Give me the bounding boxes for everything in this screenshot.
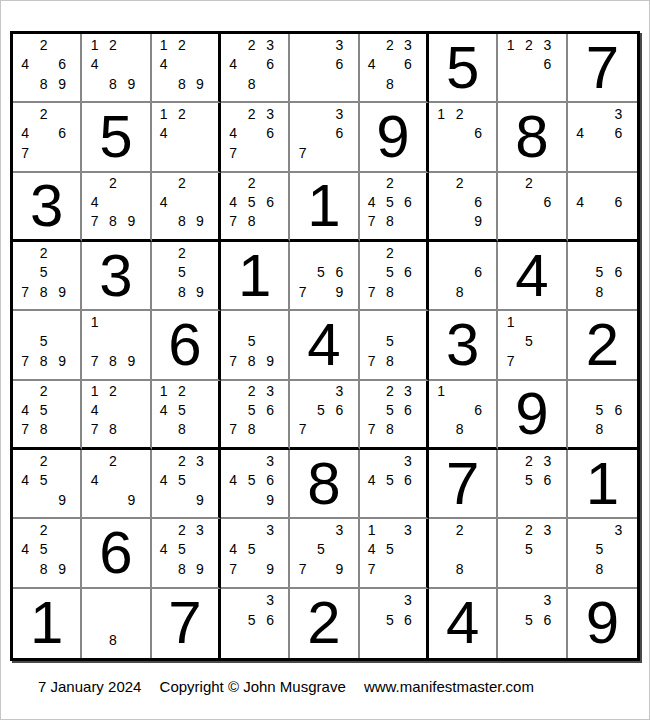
cell-r3c5[interactable]: 1 bbox=[290, 173, 359, 242]
pencil-mark-slot-8 bbox=[242, 490, 260, 509]
cell-r4c1[interactable]: 25789 bbox=[13, 242, 82, 311]
pencil-mark-slot-3: 3 bbox=[330, 520, 348, 539]
pencil-mark-slot-7: 7 bbox=[363, 351, 381, 370]
cell-r2c3[interactable]: 124 bbox=[152, 103, 221, 172]
pencil-marks: 356 bbox=[363, 590, 417, 650]
pencil-mark-slot-2: 2 bbox=[450, 520, 468, 539]
pencil-mark-slot-6: 6 bbox=[399, 193, 417, 212]
pencil-mark-slot-2 bbox=[590, 382, 609, 401]
pencil-mark-slot-1 bbox=[16, 520, 34, 539]
pencil-mark-slot-9 bbox=[261, 420, 279, 439]
solved-digit: 3 bbox=[429, 311, 496, 378]
pencil-mark-slot-1: 1 bbox=[432, 382, 450, 401]
pencil-mark-slot-3 bbox=[469, 104, 487, 123]
pencil-mark-slot-2: 2 bbox=[34, 104, 52, 123]
cell-r9c2[interactable]: 8 bbox=[82, 589, 151, 658]
pencil-mark-slot-7 bbox=[293, 74, 311, 93]
pencil-mark-slot-6 bbox=[191, 193, 209, 212]
cell-r6c6[interactable]: 235678 bbox=[360, 381, 429, 450]
pencil-mark-slot-4: 4 bbox=[85, 54, 103, 73]
cell-r5c7[interactable]: 3 bbox=[429, 311, 498, 380]
solved-digit: 5 bbox=[429, 34, 496, 101]
cell-r3c9[interactable]: 46 bbox=[568, 173, 637, 242]
pencil-marks: 8 bbox=[85, 590, 140, 650]
pencil-mark-slot-5 bbox=[381, 54, 399, 73]
pencil-mark-slot-7: 7 bbox=[16, 420, 34, 439]
pencil-mark-slot-7 bbox=[571, 559, 590, 578]
pencil-mark-slot-2: 2 bbox=[520, 35, 538, 54]
pencil-mark-slot-7 bbox=[501, 490, 519, 509]
cell-r6c9[interactable]: 568 bbox=[568, 381, 637, 450]
pencil-mark-slot-7: 7 bbox=[224, 559, 242, 578]
pencil-mark-slot-9 bbox=[399, 212, 417, 231]
pencil-mark-slot-7 bbox=[224, 630, 242, 650]
pencil-mark-slot-8: 8 bbox=[34, 559, 52, 578]
pencil-mark-slot-4: 4 bbox=[16, 470, 34, 489]
pencil-mark-slot-7 bbox=[85, 74, 103, 93]
pencil-mark-slot-1: 1 bbox=[85, 382, 103, 401]
cell-r9c8[interactable]: 356 bbox=[498, 589, 567, 658]
pencil-mark-slot-2: 2 bbox=[34, 520, 52, 539]
cell-r9c3[interactable]: 7 bbox=[152, 589, 221, 658]
pencil-mark-slot-5: 5 bbox=[34, 540, 52, 559]
pencil-mark-slot-4 bbox=[432, 262, 450, 281]
pencil-mark-slot-3 bbox=[53, 520, 71, 539]
pencil-mark-slot-7 bbox=[571, 282, 590, 301]
cell-r6c1[interactable]: 24578 bbox=[13, 381, 82, 450]
cell-r4c7[interactable]: 68 bbox=[429, 242, 498, 311]
pencil-mark-slot-3 bbox=[53, 451, 71, 470]
pencil-mark-slot-9 bbox=[399, 74, 417, 93]
pencil-mark-slot-8 bbox=[520, 351, 538, 370]
pencil-mark-slot-6 bbox=[399, 332, 417, 351]
solved-digit: 9 bbox=[360, 103, 426, 170]
pencil-mark-slot-5: 5 bbox=[173, 262, 191, 281]
pencil-mark-slot-3 bbox=[53, 104, 71, 123]
pencil-mark-slot-8 bbox=[381, 559, 399, 578]
pencil-mark-slot-9 bbox=[538, 490, 556, 509]
pencil-marks: 356 bbox=[224, 590, 279, 650]
cell-r2c7[interactable]: 126 bbox=[429, 103, 498, 172]
cell-r7c8[interactable]: 2356 bbox=[498, 450, 567, 519]
pencil-mark-slot-6 bbox=[122, 332, 140, 351]
cell-r4c3[interactable]: 2589 bbox=[152, 242, 221, 311]
pencil-mark-slot-2: 2 bbox=[173, 174, 191, 193]
pencil-mark-slot-7 bbox=[155, 74, 173, 93]
pencil-mark-slot-4: 4 bbox=[155, 193, 173, 212]
pencil-mark-slot-8: 8 bbox=[381, 351, 399, 370]
pencil-marks: 34579 bbox=[224, 520, 279, 578]
cell-r5c5[interactable]: 4 bbox=[290, 311, 359, 380]
pencil-mark-slot-9 bbox=[53, 143, 71, 162]
pencil-mark-slot-4 bbox=[363, 262, 381, 281]
cell-r3c1[interactable]: 3 bbox=[13, 173, 82, 242]
pencil-mark-slot-3: 3 bbox=[261, 35, 279, 54]
cell-r6c8[interactable]: 9 bbox=[498, 381, 567, 450]
pencil-mark-slot-8: 8 bbox=[173, 420, 191, 439]
pencil-mark-slot-3 bbox=[53, 243, 71, 262]
pencil-mark-slot-6 bbox=[191, 470, 209, 489]
cell-r7c7[interactable]: 7 bbox=[429, 450, 498, 519]
pencil-mark-slot-9 bbox=[609, 212, 628, 231]
pencil-mark-slot-7: 7 bbox=[224, 351, 242, 370]
solved-digit: 1 bbox=[13, 589, 80, 658]
pencil-mark-slot-2: 2 bbox=[104, 174, 122, 193]
cell-r4c9[interactable]: 568 bbox=[568, 242, 637, 311]
pencil-mark-slot-4 bbox=[432, 124, 450, 143]
pencil-mark-slot-6 bbox=[191, 401, 209, 420]
pencil-mark-slot-6: 6 bbox=[538, 54, 556, 73]
cell-r4c8[interactable]: 4 bbox=[498, 242, 567, 311]
pencil-mark-slot-1: 1 bbox=[501, 312, 519, 331]
pencil-mark-slot-8: 8 bbox=[104, 420, 122, 439]
pencil-mark-slot-3: 3 bbox=[330, 35, 348, 54]
pencil-mark-slot-3: 3 bbox=[191, 451, 209, 470]
cell-r9c5[interactable]: 2 bbox=[290, 589, 359, 658]
solved-digit: 1 bbox=[568, 450, 637, 517]
pencil-mark-slot-8 bbox=[520, 212, 538, 231]
solved-digit: 7 bbox=[568, 34, 637, 101]
pencil-mark-slot-3 bbox=[191, 35, 209, 54]
cell-r7c3[interactable]: 23459 bbox=[152, 450, 221, 519]
pencil-mark-slot-2 bbox=[590, 104, 609, 123]
pencil-mark-slot-9: 9 bbox=[122, 490, 140, 509]
pencil-mark-slot-5 bbox=[104, 610, 122, 630]
pencil-mark-slot-2: 2 bbox=[520, 520, 538, 539]
pencil-mark-slot-9 bbox=[399, 420, 417, 439]
pencil-mark-slot-3 bbox=[191, 243, 209, 262]
cell-r2c4[interactable]: 23467 bbox=[221, 103, 290, 172]
pencil-mark-slot-2 bbox=[34, 312, 52, 331]
pencil-mark-slot-4: 4 bbox=[16, 540, 34, 559]
pencil-mark-slot-1 bbox=[16, 312, 34, 331]
solved-digit: 3 bbox=[82, 242, 149, 309]
cell-r7c6[interactable]: 3456 bbox=[360, 450, 429, 519]
pencil-mark-slot-5: 5 bbox=[520, 332, 538, 351]
pencil-mark-slot-5 bbox=[312, 54, 330, 73]
pencil-mark-slot-6: 6 bbox=[609, 401, 628, 420]
pencil-mark-slot-6 bbox=[538, 540, 556, 559]
cell-r1c7[interactable]: 5 bbox=[429, 34, 498, 103]
pencil-mark-slot-4: 4 bbox=[224, 54, 242, 73]
pencil-mark-slot-9 bbox=[122, 630, 140, 650]
pencil-mark-slot-6: 6 bbox=[538, 470, 556, 489]
pencil-mark-slot-5 bbox=[173, 124, 191, 143]
pencil-mark-slot-1 bbox=[16, 104, 34, 123]
pencil-mark-slot-6 bbox=[122, 401, 140, 420]
pencil-mark-slot-8 bbox=[520, 74, 538, 93]
cell-r6c2[interactable]: 12478 bbox=[82, 381, 151, 450]
pencil-mark-slot-2 bbox=[312, 382, 330, 401]
cell-r8c7[interactable]: 28 bbox=[429, 519, 498, 588]
pencil-mark-slot-6: 6 bbox=[261, 401, 279, 420]
pencil-mark-slot-7: 7 bbox=[224, 420, 242, 439]
pencil-mark-slot-8 bbox=[173, 490, 191, 509]
cell-r3c2[interactable]: 24789 bbox=[82, 173, 151, 242]
pencil-mark-slot-1 bbox=[571, 382, 590, 401]
solved-digit: 1 bbox=[221, 242, 288, 309]
pencil-mark-slot-6 bbox=[191, 54, 209, 73]
pencil-mark-slot-2 bbox=[590, 174, 609, 193]
pencil-mark-slot-1 bbox=[363, 174, 381, 193]
pencil-mark-slot-6: 6 bbox=[399, 54, 417, 73]
pencil-mark-slot-6: 6 bbox=[399, 610, 417, 630]
pencil-mark-slot-9: 9 bbox=[122, 212, 140, 231]
pencil-mark-slot-3: 3 bbox=[609, 104, 628, 123]
cell-r5c9[interactable]: 2 bbox=[568, 311, 637, 380]
cell-r7c9[interactable]: 1 bbox=[568, 450, 637, 519]
pencil-mark-slot-6 bbox=[191, 262, 209, 281]
pencil-mark-slot-4 bbox=[16, 332, 34, 351]
pencil-marks: 235678 bbox=[224, 382, 279, 439]
pencil-mark-slot-2: 2 bbox=[242, 382, 260, 401]
pencil-mark-slot-6: 6 bbox=[609, 124, 628, 143]
pencil-mark-slot-7 bbox=[432, 559, 450, 578]
cell-r1c1[interactable]: 24689 bbox=[13, 34, 82, 103]
pencil-marks: 578 bbox=[363, 312, 417, 370]
cell-r5c2[interactable]: 1789 bbox=[82, 311, 151, 380]
solved-digit: 7 bbox=[429, 450, 496, 517]
pencil-mark-slot-5 bbox=[173, 54, 191, 73]
pencil-mark-slot-7: 7 bbox=[16, 351, 34, 370]
pencil-marks: 168 bbox=[432, 382, 487, 439]
cell-r1c4[interactable]: 23468 bbox=[221, 34, 290, 103]
pencil-mark-slot-6: 6 bbox=[399, 401, 417, 420]
pencil-mark-slot-8: 8 bbox=[173, 559, 191, 578]
cell-r2c6[interactable]: 9 bbox=[360, 103, 429, 172]
pencil-mark-slot-4 bbox=[293, 401, 311, 420]
pencil-mark-slot-2: 2 bbox=[450, 104, 468, 123]
cell-r2c8[interactable]: 8 bbox=[498, 103, 567, 172]
pencil-mark-slot-9: 9 bbox=[261, 490, 279, 509]
cell-r8c3[interactable]: 234589 bbox=[152, 519, 221, 588]
pencil-mark-slot-6: 6 bbox=[53, 54, 71, 73]
pencil-marks: 235 bbox=[501, 520, 556, 578]
pencil-mark-slot-6: 6 bbox=[53, 124, 71, 143]
pencil-mark-slot-5 bbox=[450, 262, 468, 281]
pencil-mark-slot-7 bbox=[16, 74, 34, 93]
cell-r2c1[interactable]: 2467 bbox=[13, 103, 82, 172]
pencil-mark-slot-4: 4 bbox=[363, 540, 381, 559]
cell-r2c5[interactable]: 367 bbox=[290, 103, 359, 172]
pencil-mark-slot-4 bbox=[501, 540, 519, 559]
cell-r4c5[interactable]: 5679 bbox=[290, 242, 359, 311]
cell-r8c9[interactable]: 358 bbox=[568, 519, 637, 588]
pencil-mark-slot-8 bbox=[312, 282, 330, 301]
pencil-mark-slot-2: 2 bbox=[381, 382, 399, 401]
footer: 7 January 2024 Copyright © John Musgrave… bbox=[38, 678, 534, 695]
pencil-mark-slot-7: 7 bbox=[363, 212, 381, 231]
pencil-mark-slot-7 bbox=[363, 490, 381, 509]
pencil-mark-slot-5 bbox=[520, 54, 538, 73]
pencil-mark-slot-8: 8 bbox=[104, 74, 122, 93]
pencil-mark-slot-4 bbox=[432, 401, 450, 420]
pencil-mark-slot-7 bbox=[155, 490, 173, 509]
cell-r7c4[interactable]: 34569 bbox=[221, 450, 290, 519]
pencil-mark-slot-3 bbox=[191, 174, 209, 193]
pencil-mark-slot-9: 9 bbox=[53, 490, 71, 509]
pencil-mark-slot-6 bbox=[330, 540, 348, 559]
solved-digit: 5 bbox=[82, 103, 149, 170]
cell-r7c1[interactable]: 2459 bbox=[13, 450, 82, 519]
cell-r1c6[interactable]: 23468 bbox=[360, 34, 429, 103]
cell-r6c5[interactable]: 3567 bbox=[290, 381, 359, 450]
pencil-mark-slot-7 bbox=[432, 212, 450, 231]
cell-r1c3[interactable]: 12489 bbox=[152, 34, 221, 103]
cell-r2c2[interactable]: 5 bbox=[82, 103, 151, 172]
solved-digit: 4 bbox=[290, 311, 357, 378]
pencil-mark-slot-4: 4 bbox=[571, 124, 590, 143]
pencil-mark-slot-5 bbox=[34, 54, 52, 73]
pencil-mark-slot-9 bbox=[538, 74, 556, 93]
pencil-marks: 2589 bbox=[155, 243, 209, 301]
cell-r8c8[interactable]: 235 bbox=[498, 519, 567, 588]
pencil-mark-slot-8 bbox=[312, 143, 330, 162]
pencil-mark-slot-6: 6 bbox=[609, 262, 628, 281]
cell-r2c9[interactable]: 346 bbox=[568, 103, 637, 172]
pencil-mark-slot-8 bbox=[381, 630, 399, 650]
cell-r5c6[interactable]: 578 bbox=[360, 311, 429, 380]
cell-r1c5[interactable]: 36 bbox=[290, 34, 359, 103]
cell-r3c3[interactable]: 2489 bbox=[152, 173, 221, 242]
cell-r9c1[interactable]: 1 bbox=[13, 589, 82, 658]
cell-r1c8[interactable]: 1236 bbox=[498, 34, 567, 103]
pencil-mark-slot-6: 6 bbox=[261, 470, 279, 489]
pencil-mark-slot-8: 8 bbox=[381, 282, 399, 301]
pencil-mark-slot-1 bbox=[363, 451, 381, 470]
pencil-marks: 2467 bbox=[16, 104, 71, 162]
cell-r1c9[interactable]: 7 bbox=[568, 34, 637, 103]
cell-r3c8[interactable]: 26 bbox=[498, 173, 567, 242]
cell-r5c4[interactable]: 5789 bbox=[221, 311, 290, 380]
pencil-mark-slot-9 bbox=[191, 143, 209, 162]
pencil-mark-slot-3: 3 bbox=[191, 520, 209, 539]
pencil-mark-slot-4: 4 bbox=[571, 193, 590, 212]
cell-r6c7[interactable]: 168 bbox=[429, 381, 498, 450]
pencil-mark-slot-4 bbox=[571, 540, 590, 559]
pencil-mark-slot-4: 4 bbox=[85, 193, 103, 212]
pencil-mark-slot-9 bbox=[609, 420, 628, 439]
pencil-mark-slot-4: 4 bbox=[85, 401, 103, 420]
pencil-mark-slot-3: 3 bbox=[261, 590, 279, 610]
cell-r8c1[interactable]: 24589 bbox=[13, 519, 82, 588]
cell-r9c9[interactable]: 9 bbox=[568, 589, 637, 658]
pencil-mark-slot-4 bbox=[363, 401, 381, 420]
cell-r3c6[interactable]: 245678 bbox=[360, 173, 429, 242]
pencil-mark-slot-7 bbox=[16, 559, 34, 578]
cell-r3c4[interactable]: 245678 bbox=[221, 173, 290, 242]
pencil-mark-slot-7: 7 bbox=[293, 420, 311, 439]
pencil-mark-slot-3 bbox=[609, 243, 628, 262]
cell-r5c8[interactable]: 157 bbox=[498, 311, 567, 380]
cell-r9c4[interactable]: 356 bbox=[221, 589, 290, 658]
pencil-mark-slot-6: 6 bbox=[261, 193, 279, 212]
pencil-mark-slot-9 bbox=[538, 212, 556, 231]
pencil-mark-slot-1 bbox=[432, 520, 450, 539]
cell-r8c4[interactable]: 34579 bbox=[221, 519, 290, 588]
pencil-mark-slot-3 bbox=[261, 312, 279, 331]
pencil-mark-slot-1 bbox=[85, 590, 103, 610]
cell-r5c1[interactable]: 5789 bbox=[13, 311, 82, 380]
pencil-mark-slot-3 bbox=[469, 382, 487, 401]
pencil-marks: 3456 bbox=[363, 451, 417, 509]
cell-r3c7[interactable]: 269 bbox=[429, 173, 498, 242]
pencil-mark-slot-4: 4 bbox=[155, 401, 173, 420]
pencil-mark-slot-2: 2 bbox=[34, 243, 52, 262]
pencil-mark-slot-5: 5 bbox=[381, 610, 399, 630]
pencil-mark-slot-4 bbox=[501, 610, 519, 630]
pencil-mark-slot-7 bbox=[571, 212, 590, 231]
pencil-mark-slot-7 bbox=[155, 420, 173, 439]
pencil-mark-slot-6 bbox=[191, 540, 209, 559]
cell-r8c5[interactable]: 3579 bbox=[290, 519, 359, 588]
solved-digit: 9 bbox=[568, 589, 637, 658]
pencil-mark-slot-7: 7 bbox=[363, 420, 381, 439]
pencil-mark-slot-5 bbox=[450, 401, 468, 420]
cell-r4c4[interactable]: 1 bbox=[221, 242, 290, 311]
pencil-mark-slot-7 bbox=[501, 74, 519, 93]
pencil-mark-slot-7: 7 bbox=[363, 282, 381, 301]
pencil-mark-slot-9 bbox=[261, 630, 279, 650]
pencil-mark-slot-7 bbox=[85, 490, 103, 509]
pencil-mark-slot-2 bbox=[590, 520, 609, 539]
pencil-mark-slot-2: 2 bbox=[34, 451, 52, 470]
pencil-mark-slot-3 bbox=[53, 35, 71, 54]
cell-r8c2[interactable]: 6 bbox=[82, 519, 151, 588]
pencil-mark-slot-2 bbox=[242, 520, 260, 539]
pencil-mark-slot-5: 5 bbox=[242, 470, 260, 489]
pencil-mark-slot-4: 4 bbox=[363, 470, 381, 489]
pencil-mark-slot-3 bbox=[191, 382, 209, 401]
pencil-mark-slot-5: 5 bbox=[312, 401, 330, 420]
cell-r1c2[interactable]: 12489 bbox=[82, 34, 151, 103]
pencil-marks: 245678 bbox=[363, 174, 417, 231]
cell-r9c7[interactable]: 4 bbox=[429, 589, 498, 658]
cell-r5c3[interactable]: 6 bbox=[152, 311, 221, 380]
pencil-mark-slot-8: 8 bbox=[450, 420, 468, 439]
cell-r6c4[interactable]: 235678 bbox=[221, 381, 290, 450]
pencil-mark-slot-1 bbox=[571, 174, 590, 193]
pencil-mark-slot-2 bbox=[312, 104, 330, 123]
pencil-mark-slot-5 bbox=[34, 124, 52, 143]
pencil-mark-slot-1 bbox=[85, 174, 103, 193]
pencil-mark-slot-2 bbox=[312, 520, 330, 539]
pencil-mark-slot-2 bbox=[312, 243, 330, 262]
pencil-mark-slot-5: 5 bbox=[242, 610, 260, 630]
pencil-mark-slot-4: 4 bbox=[155, 540, 173, 559]
cell-r7c2[interactable]: 249 bbox=[82, 450, 151, 519]
cell-r8c6[interactable]: 13457 bbox=[360, 519, 429, 588]
pencil-mark-slot-9 bbox=[469, 143, 487, 162]
pencil-mark-slot-4 bbox=[571, 262, 590, 281]
pencil-mark-slot-2: 2 bbox=[34, 382, 52, 401]
cell-r6c3[interactable]: 12458 bbox=[152, 381, 221, 450]
pencil-mark-slot-7 bbox=[571, 143, 590, 162]
pencil-mark-slot-4: 4 bbox=[155, 54, 173, 73]
cell-r4c2[interactable]: 3 bbox=[82, 242, 151, 311]
pencil-mark-slot-8 bbox=[242, 559, 260, 578]
pencil-mark-slot-8: 8 bbox=[450, 282, 468, 301]
pencil-mark-slot-1 bbox=[571, 243, 590, 262]
pencil-mark-slot-9 bbox=[399, 351, 417, 370]
cell-r9c6[interactable]: 356 bbox=[360, 589, 429, 658]
cell-r4c6[interactable]: 25678 bbox=[360, 242, 429, 311]
pencil-marks: 24578 bbox=[16, 382, 71, 439]
pencil-mark-slot-5: 5 bbox=[34, 470, 52, 489]
cell-r7c5[interactable]: 8 bbox=[290, 450, 359, 519]
pencil-mark-slot-6 bbox=[53, 332, 71, 351]
pencil-mark-slot-1 bbox=[432, 174, 450, 193]
